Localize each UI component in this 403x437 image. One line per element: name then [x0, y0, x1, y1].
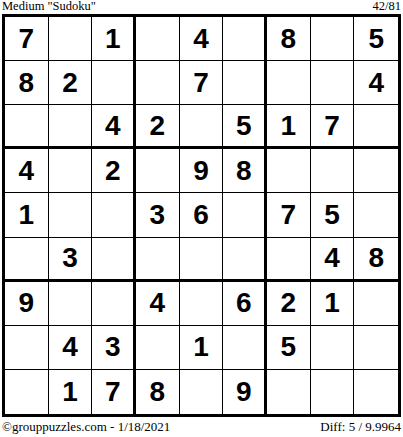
cell-r6c2: 3 [49, 238, 93, 282]
cell-r8c4 [136, 326, 180, 370]
cell-r6c4 [136, 238, 180, 282]
cell-r7c9 [354, 282, 398, 326]
cell-r7c8: 1 [311, 282, 355, 326]
cell-r1c2 [49, 17, 93, 61]
cell-r7c3 [92, 282, 136, 326]
cell-r6c7 [267, 238, 311, 282]
cell-r4c8 [311, 149, 355, 193]
cell-r4c7 [267, 149, 311, 193]
cell-r3c4: 2 [136, 105, 180, 149]
cell-r6c6 [223, 238, 267, 282]
cell-r4c4 [136, 149, 180, 193]
sudoku-page: Medium "Sudoku" 42/81 714858274425174298… [0, 0, 403, 437]
cell-r3c7: 1 [267, 105, 311, 149]
cell-r1c1: 7 [5, 17, 49, 61]
cell-r1c3: 1 [92, 17, 136, 61]
footer: ©grouppuzzles.com - 1/18/2021 Diff: 5 / … [0, 417, 403, 437]
cell-r3c3: 4 [92, 105, 136, 149]
cell-r9c3: 7 [92, 370, 136, 414]
cell-r9c1 [5, 370, 49, 414]
cell-r2c5: 7 [180, 61, 224, 105]
cell-r7c4: 4 [136, 282, 180, 326]
cell-r3c8: 7 [311, 105, 355, 149]
cell-r9c6: 9 [223, 370, 267, 414]
cell-r1c6 [223, 17, 267, 61]
cell-r5c2 [49, 193, 93, 237]
cell-r8c3: 3 [92, 326, 136, 370]
cell-r3c2 [49, 105, 93, 149]
cell-r8c1 [5, 326, 49, 370]
cell-r4c2 [49, 149, 93, 193]
given-counter: 42/81 [373, 0, 401, 13]
cell-r1c5: 4 [180, 17, 224, 61]
cell-r6c1 [5, 238, 49, 282]
cell-r5c7: 7 [267, 193, 311, 237]
cell-r4c9 [354, 149, 398, 193]
cell-r3c1 [5, 105, 49, 149]
cell-r8c7: 5 [267, 326, 311, 370]
copyright-text: ©grouppuzzles.com - 1/18/2021 [2, 419, 170, 435]
cell-r9c7 [267, 370, 311, 414]
cell-r6c5 [180, 238, 224, 282]
cell-r2c9: 4 [354, 61, 398, 105]
cell-r5c8: 5 [311, 193, 355, 237]
cell-r4c5: 9 [180, 149, 224, 193]
cell-r4c1: 4 [5, 149, 49, 193]
cell-r1c8 [311, 17, 355, 61]
difficulty-text: Diff: 5 / 9.9964 [320, 419, 401, 435]
cell-r8c9 [354, 326, 398, 370]
cell-r1c9: 5 [354, 17, 398, 61]
cell-r3c5 [180, 105, 224, 149]
cell-r7c7: 2 [267, 282, 311, 326]
cell-r5c5: 6 [180, 193, 224, 237]
cell-r5c4: 3 [136, 193, 180, 237]
cell-r2c1: 8 [5, 61, 49, 105]
cell-r2c2: 2 [49, 61, 93, 105]
cell-r6c8: 4 [311, 238, 355, 282]
cell-r7c6: 6 [223, 282, 267, 326]
cell-r7c2 [49, 282, 93, 326]
cell-r9c8 [311, 370, 355, 414]
cell-r8c2: 4 [49, 326, 93, 370]
cell-r3c9 [354, 105, 398, 149]
cell-r1c7: 8 [267, 17, 311, 61]
cell-r5c1: 1 [5, 193, 49, 237]
cell-r2c4 [136, 61, 180, 105]
cell-r8c8 [311, 326, 355, 370]
cell-r8c5: 1 [180, 326, 224, 370]
cell-r4c3: 2 [92, 149, 136, 193]
cell-r9c4: 8 [136, 370, 180, 414]
cell-r8c6 [223, 326, 267, 370]
cell-r7c5 [180, 282, 224, 326]
puzzle-title: Medium "Sudoku" [2, 0, 96, 13]
cell-r2c8 [311, 61, 355, 105]
cell-r5c6 [223, 193, 267, 237]
cell-r3c6: 5 [223, 105, 267, 149]
cell-r1c4 [136, 17, 180, 61]
cell-r9c2: 1 [49, 370, 93, 414]
cell-r7c1: 9 [5, 282, 49, 326]
cell-r9c5 [180, 370, 224, 414]
header: Medium "Sudoku" 42/81 [0, 0, 403, 14]
cell-r9c9 [354, 370, 398, 414]
sudoku-board: 714858274425174298136753489462143151789 [2, 14, 401, 417]
cell-r2c6 [223, 61, 267, 105]
cell-r4c6: 8 [223, 149, 267, 193]
cell-r6c3 [92, 238, 136, 282]
cell-r5c3 [92, 193, 136, 237]
cell-r2c3 [92, 61, 136, 105]
cell-r2c7 [267, 61, 311, 105]
cell-r6c9: 8 [354, 238, 398, 282]
cell-r5c9 [354, 193, 398, 237]
